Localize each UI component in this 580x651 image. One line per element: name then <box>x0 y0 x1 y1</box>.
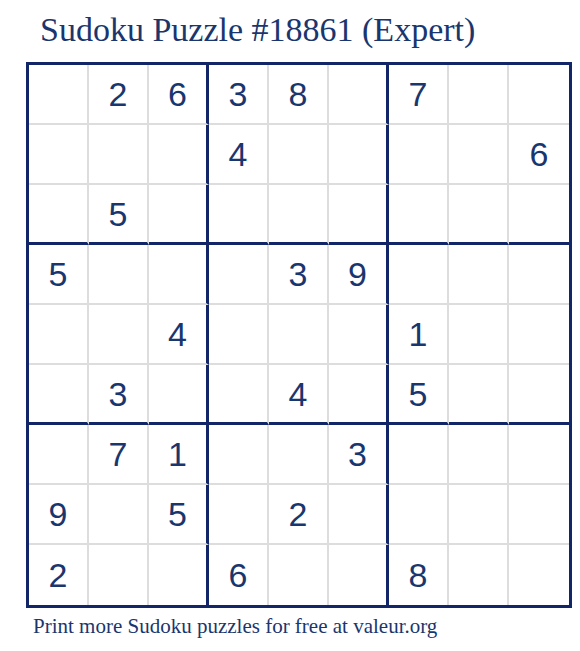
cell-r1c3[interactable]: 6 <box>149 65 209 125</box>
cell-r2c9[interactable]: 6 <box>509 125 569 185</box>
cell-r8c2[interactable] <box>89 485 149 545</box>
cell-r6c3[interactable] <box>149 365 209 425</box>
cell-r2c3[interactable] <box>149 125 209 185</box>
cell-r6c5[interactable]: 4 <box>269 365 329 425</box>
cell-r5c4[interactable] <box>209 305 269 365</box>
cell-r8c6[interactable] <box>329 485 389 545</box>
cell-r7c5[interactable] <box>269 425 329 485</box>
cell-r8c7[interactable] <box>389 485 449 545</box>
sudoku-page: Sudoku Puzzle #18861 (Expert) 2638746553… <box>0 0 580 651</box>
cell-r6c9[interactable] <box>509 365 569 425</box>
cell-r7c7[interactable] <box>389 425 449 485</box>
cell-r8c9[interactable] <box>509 485 569 545</box>
cell-r8c3[interactable]: 5 <box>149 485 209 545</box>
cell-r1c6[interactable] <box>329 65 389 125</box>
cell-r5c9[interactable] <box>509 305 569 365</box>
cell-r4c1[interactable]: 5 <box>29 245 89 305</box>
cell-r8c5[interactable]: 2 <box>269 485 329 545</box>
cell-r7c9[interactable] <box>509 425 569 485</box>
cell-r5c2[interactable] <box>89 305 149 365</box>
cell-r3c7[interactable] <box>389 185 449 245</box>
cell-r6c6[interactable] <box>329 365 389 425</box>
cell-r1c2[interactable]: 2 <box>89 65 149 125</box>
cell-r6c1[interactable] <box>29 365 89 425</box>
cell-r2c5[interactable] <box>269 125 329 185</box>
cell-r7c1[interactable] <box>29 425 89 485</box>
cell-r8c4[interactable] <box>209 485 269 545</box>
cell-r3c5[interactable] <box>269 185 329 245</box>
cell-r9c7[interactable]: 8 <box>389 545 449 605</box>
cell-r9c5[interactable] <box>269 545 329 605</box>
cell-r1c9[interactable] <box>509 65 569 125</box>
sudoku-board: 2638746553941345713952268 <box>26 62 572 608</box>
cell-r4c7[interactable] <box>389 245 449 305</box>
cell-r3c2[interactable]: 5 <box>89 185 149 245</box>
cell-r4c2[interactable] <box>89 245 149 305</box>
cell-r2c7[interactable] <box>389 125 449 185</box>
cell-r6c7[interactable]: 5 <box>389 365 449 425</box>
cell-r5c7[interactable]: 1 <box>389 305 449 365</box>
cell-r9c6[interactable] <box>329 545 389 605</box>
cell-r9c1[interactable]: 2 <box>29 545 89 605</box>
cell-r1c1[interactable] <box>29 65 89 125</box>
cell-r7c4[interactable] <box>209 425 269 485</box>
cell-r3c3[interactable] <box>149 185 209 245</box>
cell-r9c3[interactable] <box>149 545 209 605</box>
cell-r5c6[interactable] <box>329 305 389 365</box>
cell-r7c6[interactable]: 3 <box>329 425 389 485</box>
cell-r2c2[interactable] <box>89 125 149 185</box>
footer-text: Print more Sudoku puzzles for free at va… <box>33 613 437 639</box>
cell-r7c3[interactable]: 1 <box>149 425 209 485</box>
cell-r1c4[interactable]: 3 <box>209 65 269 125</box>
cell-r5c8[interactable] <box>449 305 509 365</box>
cell-r6c2[interactable]: 3 <box>89 365 149 425</box>
cell-r9c9[interactable] <box>509 545 569 605</box>
cell-r1c5[interactable]: 8 <box>269 65 329 125</box>
cell-r8c8[interactable] <box>449 485 509 545</box>
cell-r3c6[interactable] <box>329 185 389 245</box>
cell-r2c4[interactable]: 4 <box>209 125 269 185</box>
cell-r2c8[interactable] <box>449 125 509 185</box>
cell-r3c4[interactable] <box>209 185 269 245</box>
cell-r1c8[interactable] <box>449 65 509 125</box>
cell-r4c4[interactable] <box>209 245 269 305</box>
cell-r6c4[interactable] <box>209 365 269 425</box>
cell-r8c1[interactable]: 9 <box>29 485 89 545</box>
cell-r7c2[interactable]: 7 <box>89 425 149 485</box>
cell-r4c6[interactable]: 9 <box>329 245 389 305</box>
cell-r9c4[interactable]: 6 <box>209 545 269 605</box>
cell-r4c9[interactable] <box>509 245 569 305</box>
cell-r5c1[interactable] <box>29 305 89 365</box>
cell-r4c8[interactable] <box>449 245 509 305</box>
cell-r9c2[interactable] <box>89 545 149 605</box>
cell-r4c5[interactable]: 3 <box>269 245 329 305</box>
cell-r4c3[interactable] <box>149 245 209 305</box>
cell-r3c8[interactable] <box>449 185 509 245</box>
cell-r5c3[interactable]: 4 <box>149 305 209 365</box>
cell-r6c8[interactable] <box>449 365 509 425</box>
cell-r7c8[interactable] <box>449 425 509 485</box>
cell-r5c5[interactable] <box>269 305 329 365</box>
cell-r2c6[interactable] <box>329 125 389 185</box>
cell-r2c1[interactable] <box>29 125 89 185</box>
cell-r3c9[interactable] <box>509 185 569 245</box>
cell-r9c8[interactable] <box>449 545 509 605</box>
cell-r1c7[interactable]: 7 <box>389 65 449 125</box>
cell-r3c1[interactable] <box>29 185 89 245</box>
page-title: Sudoku Puzzle #18861 (Expert) <box>40 10 475 50</box>
